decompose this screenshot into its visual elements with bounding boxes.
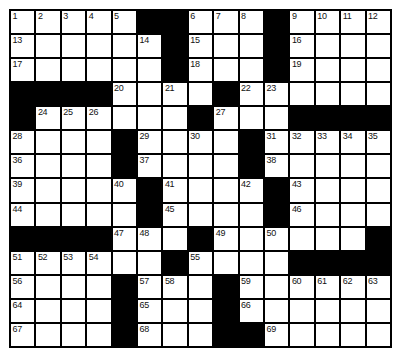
clue-number-22: 22 bbox=[241, 83, 250, 93]
clue-number-64: 64 bbox=[13, 300, 22, 310]
cell-r3c13[interactable] bbox=[316, 59, 339, 81]
cell-r10c6[interactable]: 48 bbox=[138, 228, 161, 250]
cell-r7c4[interactable] bbox=[87, 155, 110, 177]
cell-r8c5[interactable]: 40 bbox=[113, 179, 136, 201]
cell-r4c8[interactable] bbox=[189, 83, 212, 105]
clue-number-63: 63 bbox=[368, 276, 377, 286]
block-r3c7 bbox=[163, 59, 186, 81]
cell-r13c7[interactable] bbox=[163, 300, 186, 322]
cell-r8c4[interactable] bbox=[87, 179, 110, 201]
cell-r4c10[interactable]: 22 bbox=[240, 83, 263, 105]
clue-number-54: 54 bbox=[89, 252, 98, 262]
clue-number-35: 35 bbox=[368, 131, 377, 141]
clue-number-44: 44 bbox=[13, 204, 22, 214]
cell-r14c6[interactable]: 68 bbox=[138, 324, 161, 346]
clue-number-65: 65 bbox=[139, 300, 148, 310]
cell-r7c1[interactable]: 36 bbox=[11, 155, 34, 177]
block-r11c13 bbox=[316, 252, 339, 274]
clue-number-43: 43 bbox=[292, 179, 301, 189]
cell-r4c15[interactable] bbox=[367, 83, 390, 105]
cell-r9c8[interactable] bbox=[189, 204, 212, 226]
cell-r10c12[interactable] bbox=[290, 228, 313, 250]
block-r4c4 bbox=[87, 83, 110, 105]
cell-r7c6[interactable]: 37 bbox=[138, 155, 161, 177]
cell-r2c5[interactable] bbox=[113, 35, 136, 57]
clue-number-12: 12 bbox=[368, 11, 377, 21]
clue-number-7: 7 bbox=[216, 11, 221, 21]
cell-r13c10[interactable]: 66 bbox=[240, 300, 263, 322]
cell-r8c1[interactable]: 39 bbox=[11, 179, 34, 201]
cell-r7c9[interactable] bbox=[214, 155, 237, 177]
block-r10c8 bbox=[189, 228, 212, 250]
cell-r11c6[interactable] bbox=[138, 252, 161, 274]
cell-r12c14[interactable]: 62 bbox=[341, 276, 364, 298]
cell-r12c3[interactable] bbox=[62, 276, 85, 298]
cell-r3c8[interactable]: 18 bbox=[189, 59, 212, 81]
clue-number-67: 67 bbox=[13, 324, 22, 334]
cell-r13c12[interactable] bbox=[290, 300, 313, 322]
cell-r11c10[interactable] bbox=[240, 252, 263, 274]
cell-r8c14[interactable] bbox=[341, 179, 364, 201]
cell-r6c12[interactable]: 32 bbox=[290, 131, 313, 153]
block-r9c11 bbox=[265, 204, 288, 226]
cell-r9c13[interactable] bbox=[316, 204, 339, 226]
clue-number-49: 49 bbox=[216, 228, 225, 238]
clue-number-11: 11 bbox=[343, 11, 352, 21]
clue-number-48: 48 bbox=[139, 228, 148, 238]
block-r1c11 bbox=[265, 11, 288, 33]
block-r3c11 bbox=[265, 59, 288, 81]
cell-r3c15[interactable] bbox=[367, 59, 390, 81]
cell-r6c4[interactable] bbox=[87, 131, 110, 153]
crossword-page: 1234567891011121314151617181920212223242… bbox=[0, 0, 400, 359]
clue-number-56: 56 bbox=[13, 276, 22, 286]
cell-r13c15[interactable] bbox=[367, 300, 390, 322]
cell-r2c1[interactable]: 13 bbox=[11, 35, 34, 57]
cell-r6c7[interactable] bbox=[163, 131, 186, 153]
clue-number-23: 23 bbox=[266, 83, 275, 93]
cell-r6c1[interactable]: 28 bbox=[11, 131, 34, 153]
cell-r2c13[interactable] bbox=[316, 35, 339, 57]
cell-r7c11[interactable]: 38 bbox=[265, 155, 288, 177]
block-r13c5 bbox=[113, 300, 136, 322]
cell-r14c15[interactable] bbox=[367, 324, 390, 346]
cell-r10c13[interactable] bbox=[316, 228, 339, 250]
cell-r4c5[interactable]: 20 bbox=[113, 83, 136, 105]
cell-r12c7[interactable]: 58 bbox=[163, 276, 186, 298]
cell-r1c14[interactable]: 11 bbox=[341, 11, 364, 33]
cell-r12c6[interactable]: 57 bbox=[138, 276, 161, 298]
clue-number-20: 20 bbox=[114, 83, 123, 93]
clue-number-33: 33 bbox=[317, 131, 326, 141]
cell-r9c10[interactable] bbox=[240, 204, 263, 226]
cell-r5c6[interactable] bbox=[138, 107, 161, 129]
clue-number-55: 55 bbox=[190, 252, 199, 262]
cell-r11c9[interactable] bbox=[214, 252, 237, 274]
cell-r6c8[interactable]: 30 bbox=[189, 131, 212, 153]
cell-r5c9[interactable]: 27 bbox=[214, 107, 237, 129]
clue-number-29: 29 bbox=[139, 131, 148, 141]
cell-r7c2[interactable] bbox=[36, 155, 59, 177]
block-r4c9 bbox=[214, 83, 237, 105]
cell-r3c5[interactable] bbox=[113, 59, 136, 81]
cell-r9c14[interactable] bbox=[341, 204, 364, 226]
cell-r13c6[interactable]: 65 bbox=[138, 300, 161, 322]
cell-r5c7[interactable] bbox=[163, 107, 186, 129]
block-r11c12 bbox=[290, 252, 313, 274]
cell-r12c1[interactable]: 56 bbox=[11, 276, 34, 298]
clue-number-9: 9 bbox=[292, 11, 297, 21]
cell-r4c11[interactable]: 23 bbox=[265, 83, 288, 105]
cell-r6c3[interactable] bbox=[62, 131, 85, 153]
cell-r8c15[interactable] bbox=[367, 179, 390, 201]
block-r4c1 bbox=[11, 83, 34, 105]
block-r5c13 bbox=[316, 107, 339, 129]
cell-r2c8[interactable]: 15 bbox=[189, 35, 212, 57]
block-r4c2 bbox=[36, 83, 59, 105]
clue-number-15: 15 bbox=[190, 35, 199, 45]
clue-number-51: 51 bbox=[13, 252, 22, 262]
cell-r2c4[interactable] bbox=[87, 35, 110, 57]
cell-r2c2[interactable] bbox=[36, 35, 59, 57]
cell-r13c13[interactable] bbox=[316, 300, 339, 322]
cell-r4c6[interactable] bbox=[138, 83, 161, 105]
block-r12c5 bbox=[113, 276, 136, 298]
clue-number-42: 42 bbox=[241, 179, 250, 189]
clue-number-5: 5 bbox=[114, 11, 119, 21]
cell-r9c1[interactable]: 44 bbox=[11, 204, 34, 226]
cell-r1c1[interactable]: 1 bbox=[11, 11, 34, 33]
cell-r8c3[interactable] bbox=[62, 179, 85, 201]
cell-r12c15[interactable]: 63 bbox=[367, 276, 390, 298]
cell-r8c9[interactable] bbox=[214, 179, 237, 201]
cell-r1c9[interactable]: 7 bbox=[214, 11, 237, 33]
cell-r7c3[interactable] bbox=[62, 155, 85, 177]
block-r14c10 bbox=[240, 324, 263, 346]
clue-number-4: 4 bbox=[89, 11, 94, 21]
block-r6c5 bbox=[113, 131, 136, 153]
block-r8c11 bbox=[265, 179, 288, 201]
cell-r2c6[interactable]: 14 bbox=[138, 35, 161, 57]
cell-r14c7[interactable] bbox=[163, 324, 186, 346]
cell-r8c8[interactable] bbox=[189, 179, 212, 201]
cell-r2c10[interactable] bbox=[240, 35, 263, 57]
cell-r4c12[interactable] bbox=[290, 83, 313, 105]
cell-r9c12[interactable]: 46 bbox=[290, 204, 313, 226]
cell-r6c2[interactable] bbox=[36, 131, 59, 153]
cell-r7c13[interactable] bbox=[316, 155, 339, 177]
clue-number-26: 26 bbox=[89, 107, 98, 117]
block-r14c9 bbox=[214, 324, 237, 346]
clue-number-38: 38 bbox=[266, 155, 275, 165]
cell-r5c11[interactable] bbox=[265, 107, 288, 129]
cell-r14c12[interactable] bbox=[290, 324, 313, 346]
cell-r2c9[interactable] bbox=[214, 35, 237, 57]
block-r11c7 bbox=[163, 252, 186, 274]
clue-number-39: 39 bbox=[13, 179, 22, 189]
cell-r3c4[interactable] bbox=[87, 59, 110, 81]
cell-r12c2[interactable] bbox=[36, 276, 59, 298]
cell-r5c5[interactable] bbox=[113, 107, 136, 129]
cell-r12c11[interactable] bbox=[265, 276, 288, 298]
clue-number-52: 52 bbox=[38, 252, 47, 262]
cell-r3c1[interactable]: 17 bbox=[11, 59, 34, 81]
cell-r3c10[interactable] bbox=[240, 59, 263, 81]
clue-number-58: 58 bbox=[165, 276, 174, 286]
cell-r14c2[interactable] bbox=[36, 324, 59, 346]
clue-number-61: 61 bbox=[317, 276, 326, 286]
block-r4c3 bbox=[62, 83, 85, 105]
cell-r3c6[interactable] bbox=[138, 59, 161, 81]
cell-r4c13[interactable] bbox=[316, 83, 339, 105]
cell-r3c12[interactable]: 19 bbox=[290, 59, 313, 81]
cell-r7c14[interactable] bbox=[341, 155, 364, 177]
clue-number-50: 50 bbox=[266, 228, 275, 238]
block-r5c14 bbox=[341, 107, 364, 129]
clue-number-21: 21 bbox=[165, 83, 174, 93]
cell-r10c9[interactable]: 49 bbox=[214, 228, 237, 250]
cell-r1c10[interactable]: 8 bbox=[240, 11, 263, 33]
block-r14c5 bbox=[113, 324, 136, 346]
clue-number-41: 41 bbox=[165, 179, 174, 189]
cell-r4c14[interactable] bbox=[341, 83, 364, 105]
block-r9c6 bbox=[138, 204, 161, 226]
block-r1c6 bbox=[138, 11, 161, 33]
cell-r13c2[interactable] bbox=[36, 300, 59, 322]
cell-r8c2[interactable] bbox=[36, 179, 59, 201]
cell-r11c11[interactable] bbox=[265, 252, 288, 274]
cell-r14c1[interactable]: 67 bbox=[11, 324, 34, 346]
clue-number-45: 45 bbox=[165, 204, 174, 214]
block-r5c8 bbox=[189, 107, 212, 129]
block-r11c14 bbox=[341, 252, 364, 274]
cell-r12c10[interactable]: 59 bbox=[240, 276, 263, 298]
cell-r7c8[interactable] bbox=[189, 155, 212, 177]
clue-number-1: 1 bbox=[13, 11, 18, 21]
clue-number-17: 17 bbox=[13, 59, 22, 69]
cell-r1c12[interactable]: 9 bbox=[290, 11, 313, 33]
block-r13c9 bbox=[214, 300, 237, 322]
cell-r8c13[interactable] bbox=[316, 179, 339, 201]
cell-r4c7[interactable]: 21 bbox=[163, 83, 186, 105]
cell-r11c8[interactable]: 55 bbox=[189, 252, 212, 274]
cell-r9c4[interactable] bbox=[87, 204, 110, 226]
cell-r9c5[interactable] bbox=[113, 204, 136, 226]
block-r11c15 bbox=[367, 252, 390, 274]
clue-number-19: 19 bbox=[292, 59, 301, 69]
cell-r8c12[interactable]: 43 bbox=[290, 179, 313, 201]
cell-r2c12[interactable]: 16 bbox=[290, 35, 313, 57]
cell-r6c15[interactable]: 35 bbox=[367, 131, 390, 153]
cell-r14c14[interactable] bbox=[341, 324, 364, 346]
cell-r2c15[interactable] bbox=[367, 35, 390, 57]
clue-number-60: 60 bbox=[292, 276, 301, 286]
cell-r14c3[interactable] bbox=[62, 324, 85, 346]
block-r12c9 bbox=[214, 276, 237, 298]
cell-r9c15[interactable] bbox=[367, 204, 390, 226]
cell-r3c2[interactable] bbox=[36, 59, 59, 81]
cell-r10c11[interactable]: 50 bbox=[265, 228, 288, 250]
cell-r11c5[interactable] bbox=[113, 252, 136, 274]
cell-r8c7[interactable]: 41 bbox=[163, 179, 186, 201]
cell-r1c13[interactable]: 10 bbox=[316, 11, 339, 33]
cell-r14c8[interactable] bbox=[189, 324, 212, 346]
block-r10c1 bbox=[11, 228, 34, 250]
cell-r12c8[interactable] bbox=[189, 276, 212, 298]
clue-number-47: 47 bbox=[114, 228, 123, 238]
clue-number-24: 24 bbox=[38, 107, 47, 117]
cell-r11c4[interactable]: 54 bbox=[87, 252, 110, 274]
cell-r7c12[interactable] bbox=[290, 155, 313, 177]
cell-r12c12[interactable]: 60 bbox=[290, 276, 313, 298]
clue-number-66: 66 bbox=[241, 300, 250, 310]
cell-r5c3[interactable]: 25 bbox=[62, 107, 85, 129]
cell-r3c3[interactable] bbox=[62, 59, 85, 81]
clue-number-2: 2 bbox=[38, 11, 43, 21]
block-r2c11 bbox=[265, 35, 288, 57]
cell-r8c10[interactable]: 42 bbox=[240, 179, 263, 201]
block-r8c6 bbox=[138, 179, 161, 201]
cell-r5c4[interactable]: 26 bbox=[87, 107, 110, 129]
block-r2c7 bbox=[163, 35, 186, 57]
block-r10c4 bbox=[87, 228, 110, 250]
clue-number-6: 6 bbox=[190, 11, 195, 21]
cell-r11c1[interactable]: 51 bbox=[11, 252, 34, 274]
crossword-grid: 1234567891011121314151617181920212223242… bbox=[9, 9, 392, 348]
cell-r11c2[interactable]: 52 bbox=[36, 252, 59, 274]
cell-r3c14[interactable] bbox=[341, 59, 364, 81]
clue-number-46: 46 bbox=[292, 204, 301, 214]
cell-r7c7[interactable] bbox=[163, 155, 186, 177]
block-r1c7 bbox=[163, 11, 186, 33]
cell-r9c9[interactable] bbox=[214, 204, 237, 226]
cell-r6c6[interactable]: 29 bbox=[138, 131, 161, 153]
block-r5c15 bbox=[367, 107, 390, 129]
clue-number-14: 14 bbox=[139, 35, 148, 45]
cell-r13c3[interactable] bbox=[62, 300, 85, 322]
clue-number-68: 68 bbox=[139, 324, 148, 334]
clue-number-28: 28 bbox=[13, 131, 22, 141]
clue-number-31: 31 bbox=[266, 131, 275, 141]
cell-r10c10[interactable] bbox=[240, 228, 263, 250]
clue-number-62: 62 bbox=[343, 276, 352, 286]
cell-r2c14[interactable] bbox=[341, 35, 364, 57]
cell-r2c3[interactable] bbox=[62, 35, 85, 57]
cell-r14c4[interactable] bbox=[87, 324, 110, 346]
clue-number-53: 53 bbox=[63, 252, 72, 262]
cell-r9c7[interactable]: 45 bbox=[163, 204, 186, 226]
cell-r5c2[interactable]: 24 bbox=[36, 107, 59, 129]
clue-number-8: 8 bbox=[241, 11, 246, 21]
clue-number-57: 57 bbox=[139, 276, 148, 286]
cell-r10c14[interactable] bbox=[341, 228, 364, 250]
cell-r11c3[interactable]: 53 bbox=[62, 252, 85, 274]
clue-number-32: 32 bbox=[292, 131, 301, 141]
block-r6c10 bbox=[240, 131, 263, 153]
clue-number-34: 34 bbox=[343, 131, 352, 141]
clue-number-25: 25 bbox=[63, 107, 72, 117]
cell-r10c5[interactable]: 47 bbox=[113, 228, 136, 250]
cell-r13c14[interactable] bbox=[341, 300, 364, 322]
clue-number-59: 59 bbox=[241, 276, 250, 286]
clue-number-37: 37 bbox=[139, 155, 148, 165]
cell-r10c7[interactable] bbox=[163, 228, 186, 250]
clue-number-69: 69 bbox=[266, 324, 275, 334]
cell-r13c8[interactable] bbox=[189, 300, 212, 322]
block-r5c12 bbox=[290, 107, 313, 129]
clue-number-18: 18 bbox=[190, 59, 199, 69]
cell-r1c3[interactable]: 3 bbox=[62, 11, 85, 33]
clue-number-36: 36 bbox=[13, 155, 22, 165]
cell-r12c4[interactable] bbox=[87, 276, 110, 298]
cell-r5c10[interactable] bbox=[240, 107, 263, 129]
block-r10c15 bbox=[367, 228, 390, 250]
clue-number-10: 10 bbox=[317, 11, 326, 21]
cell-r1c5[interactable]: 5 bbox=[113, 11, 136, 33]
cell-r6c11[interactable]: 31 bbox=[265, 131, 288, 153]
cell-r3c9[interactable] bbox=[214, 59, 237, 81]
cell-r12c13[interactable]: 61 bbox=[316, 276, 339, 298]
cell-r14c11[interactable]: 69 bbox=[265, 324, 288, 346]
cell-r13c11[interactable] bbox=[265, 300, 288, 322]
clue-number-13: 13 bbox=[13, 35, 22, 45]
block-r7c10 bbox=[240, 155, 263, 177]
block-r7c5 bbox=[113, 155, 136, 177]
cell-r1c4[interactable]: 4 bbox=[87, 11, 110, 33]
block-r10c2 bbox=[36, 228, 59, 250]
clue-number-30: 30 bbox=[190, 131, 199, 141]
cell-r7c15[interactable] bbox=[367, 155, 390, 177]
cell-r9c2[interactable] bbox=[36, 204, 59, 226]
cell-r6c14[interactable]: 34 bbox=[341, 131, 364, 153]
clue-number-40: 40 bbox=[114, 179, 123, 189]
cell-r13c4[interactable] bbox=[87, 300, 110, 322]
block-r10c3 bbox=[62, 228, 85, 250]
cell-r1c15[interactable]: 12 bbox=[367, 11, 390, 33]
cell-r1c2[interactable]: 2 bbox=[36, 11, 59, 33]
cell-r14c13[interactable] bbox=[316, 324, 339, 346]
clue-number-3: 3 bbox=[63, 11, 68, 21]
cell-r1c8[interactable]: 6 bbox=[189, 11, 212, 33]
clue-number-27: 27 bbox=[216, 107, 225, 117]
clue-number-16: 16 bbox=[292, 35, 301, 45]
block-r5c1 bbox=[11, 107, 34, 129]
cell-r6c13[interactable]: 33 bbox=[316, 131, 339, 153]
cell-r9c3[interactable] bbox=[62, 204, 85, 226]
cell-r6c9[interactable] bbox=[214, 131, 237, 153]
cell-r13c1[interactable]: 64 bbox=[11, 300, 34, 322]
